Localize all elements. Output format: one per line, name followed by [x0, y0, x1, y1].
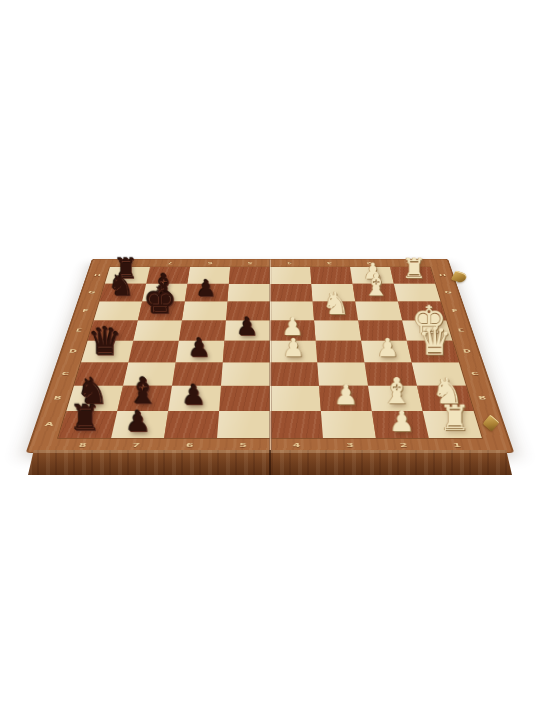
square-g6: ♟: [185, 284, 229, 302]
white-bishop: ♝: [381, 373, 413, 409]
square-h4: [270, 267, 311, 284]
black-pawn: ♟: [125, 408, 150, 436]
white-pawn: ♟: [389, 408, 414, 436]
square-d7: [128, 341, 179, 363]
square-a1: ♜: [423, 411, 482, 438]
rank-label-near-8: 8: [78, 442, 87, 448]
square-f7: ♚: [138, 302, 185, 321]
square-b3: ♟: [319, 386, 372, 411]
black-pawn: ♟: [182, 382, 206, 409]
file-label-left-C: C: [61, 371, 70, 376]
white-bishop: ♝: [363, 270, 390, 300]
rank-label-near-6: 6: [185, 442, 193, 448]
square-e7: [133, 320, 182, 340]
black-rook: ♜: [69, 401, 101, 436]
file-label-left-A: A: [44, 421, 54, 427]
square-d4: ♟: [270, 341, 317, 363]
rank-label-near-4: 4: [293, 442, 301, 448]
square-f3: ♞: [313, 302, 358, 321]
black-knight: ♞: [108, 270, 135, 300]
square-a8: ♜: [58, 411, 117, 438]
square-e5: ♟: [224, 320, 270, 340]
square-a5: [217, 411, 270, 438]
square-g5: [227, 284, 270, 302]
square-a3: [321, 411, 376, 438]
box-fold-seam: [269, 450, 271, 475]
white-queen: ♛: [418, 322, 452, 360]
file-label-left-D: D: [68, 349, 77, 353]
board-scene: ♜♟♜♞♝♟♝♚♞♟♟♚♛♟♟♟♛♞♝♟♟♝♞♜♟♟♜ HHGGFFEEDDCC…: [28, 0, 512, 452]
file-label-left-B: B: [53, 395, 62, 400]
file-label-left-G: G: [88, 291, 96, 295]
black-pawn: ♟: [236, 315, 258, 339]
file-label-right-C: C: [470, 371, 479, 376]
white-rook: ♜: [402, 255, 427, 282]
black-queen: ♛: [88, 322, 122, 360]
square-b6: ♟: [168, 386, 221, 411]
square-c5: [221, 362, 270, 385]
file-label-right-F: F: [451, 309, 458, 313]
white-pawn: ♟: [376, 335, 399, 360]
square-g2: ♝: [353, 284, 398, 302]
white-rook: ♜: [439, 401, 471, 436]
square-a4: [270, 411, 323, 438]
rank-label-near-3: 3: [346, 442, 354, 448]
black-pawn: ♟: [188, 335, 211, 360]
square-g8: ♞: [99, 284, 146, 302]
square-e3: [314, 320, 361, 340]
square-c4: [270, 362, 319, 385]
rank-label-near-2: 2: [399, 442, 408, 448]
rank-label-far-5: 5: [247, 261, 252, 264]
file-label-left-E: E: [75, 328, 83, 332]
box-front-side: [28, 450, 512, 475]
file-label-right-H: H: [439, 273, 447, 276]
square-d8: ♛: [81, 341, 133, 363]
rank-label-near-1: 1: [452, 442, 461, 448]
black-pawn: ♟: [196, 277, 216, 300]
square-f6: [182, 302, 227, 321]
rank-label-far-4: 4: [287, 261, 292, 264]
white-pawn: ♟: [282, 335, 305, 360]
rank-label-near-5: 5: [239, 442, 247, 448]
square-f8: [94, 302, 142, 321]
file-label-left-H: H: [93, 273, 101, 276]
square-h5: [229, 267, 270, 284]
rank-label-far-3: 3: [326, 261, 331, 264]
square-d3: [316, 341, 365, 363]
product-photo-background: ♜♟♜♞♝♟♝♚♞♟♟♚♛♟♟♟♛♞♝♟♟♝♞♜♟♟♜ HHGGFFEEDDCC…: [0, 0, 540, 720]
square-d2: ♟: [361, 341, 412, 363]
square-g4: [270, 284, 313, 302]
file-label-left-F: F: [82, 309, 89, 313]
square-a7: ♟: [111, 411, 168, 438]
rank-label-far-6: 6: [207, 261, 212, 264]
square-a6: [164, 411, 219, 438]
square-f2: [355, 302, 402, 321]
square-d1: ♛: [407, 341, 459, 363]
black-king: ♚: [143, 282, 177, 319]
square-h1: ♜: [390, 267, 435, 284]
file-label-right-G: G: [444, 291, 452, 295]
rank-label-far-7: 7: [167, 261, 173, 264]
square-d6: ♟: [176, 341, 225, 363]
file-label-right-D: D: [462, 349, 471, 353]
black-bishop: ♝: [127, 373, 159, 409]
rank-label-near-7: 7: [132, 442, 141, 448]
file-label-right-E: E: [457, 328, 465, 332]
square-h3: [310, 267, 353, 284]
square-a2: ♟: [372, 411, 429, 438]
square-d5: [223, 341, 270, 363]
white-pawn: ♟: [334, 382, 358, 409]
square-b5: [219, 386, 270, 411]
file-label-right-B: B: [478, 395, 487, 400]
chess-board-frame: ♜♟♜♞♝♟♝♚♞♟♟♚♛♟♟♟♛♞♝♟♟♝♞♜♟♟♜ HHGGFFEEDDCC…: [28, 259, 512, 452]
square-b4: [270, 386, 321, 411]
white-knight: ♞: [322, 288, 350, 319]
